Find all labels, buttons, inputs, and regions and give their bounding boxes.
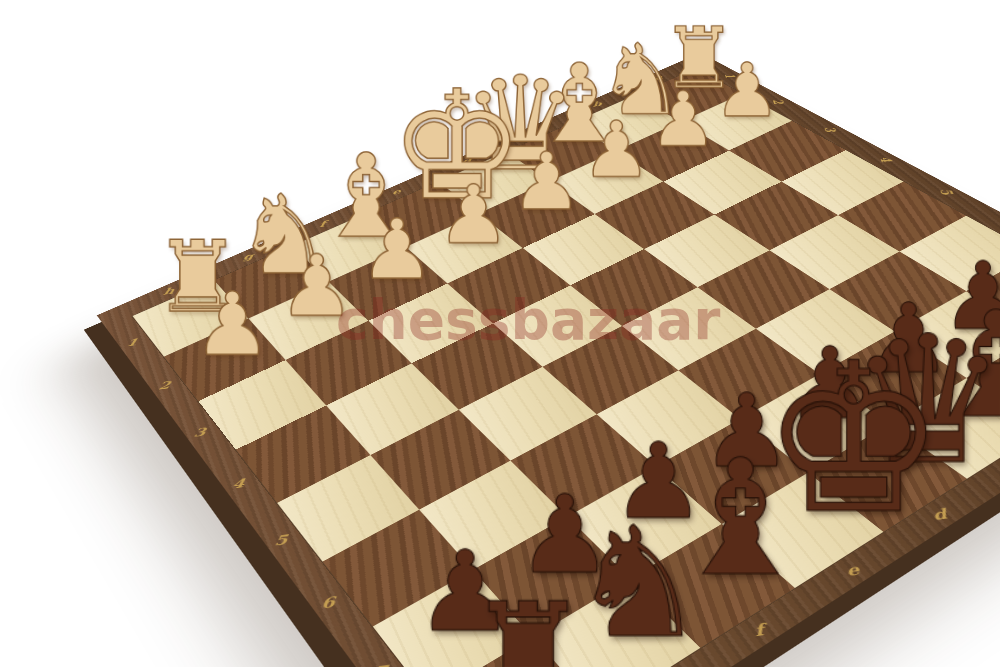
file-label-far-a: a (653, 74, 662, 81)
file-label-far-e: e (391, 188, 400, 196)
file-label-far-b: b (592, 101, 602, 108)
rank-label-right-3: 3 (821, 126, 836, 133)
file-label-far-c: c (528, 129, 536, 137)
white-knight: ♞ (235, 180, 323, 289)
file-label-near-e: e (844, 563, 861, 579)
rank-label-right-5: 5 (937, 188, 954, 195)
rank-label-left-2: 2 (158, 380, 172, 392)
rank-label-left-3: 3 (193, 426, 207, 438)
file-label-near-f: f (753, 623, 765, 640)
rank-label-right-1: 1 (722, 73, 736, 79)
board-scene: ♜♞♝♚♛♝♞♜♟♟♟♟♟♟♟♟♟♟♟♟♟♟♟♟♜♞♝♚♛♝♞♜ 11hh22g… (159, 0, 1000, 667)
rank-label-left-6: 6 (320, 595, 335, 611)
rank-label-right-2: 2 (770, 99, 785, 105)
file-label-far-d: d (461, 158, 470, 166)
rank-label-right-4: 4 (877, 156, 893, 163)
rank-label-left-4: 4 (231, 477, 245, 491)
board-border: ♜♞♝♚♛♝♞♜♟♟♟♟♟♟♟♟♟♟♟♟♟♟♟♟♜♞♝♚♛♝♞♜ 11hh22g… (97, 53, 1000, 667)
product-photo-canvas: ♜♞♝♚♛♝♞♜♟♟♟♟♟♟♟♟♟♟♟♟♟♟♟♟♜♞♝♚♛♝♞♜ 11hh22g… (0, 0, 1000, 667)
white-rook: ♜ (660, 16, 737, 100)
file-label-near-d: d (930, 508, 948, 523)
square-a6 (900, 216, 1000, 291)
white-bishop: ♝ (314, 139, 400, 255)
file-label-far-h: h (162, 287, 175, 297)
rank-label-left-5: 5 (274, 533, 288, 548)
file-label-far-g: g (242, 252, 254, 261)
rank-label-left-7: 7 (373, 663, 388, 667)
rank-label-left-1: 1 (125, 337, 138, 348)
white-knight: ♞ (597, 31, 676, 129)
chess-board: ♜♞♝♚♛♝♞♜♟♟♟♟♟♟♟♟♟♟♟♟♟♟♟♟♜♞♝♚♛♝♞♜ 11hh22g… (97, 53, 1000, 667)
board-grid: ♜♞♝♚♛♝♞♜♟♟♟♟♟♟♟♟♟♟♟♟♟♟♟♟♜♞♝♚♛♝♞♜ (133, 68, 1000, 667)
file-label-far-f: f (319, 220, 326, 228)
